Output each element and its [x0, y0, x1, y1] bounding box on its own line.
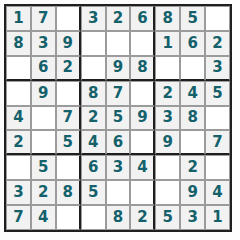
cell-r6c2[interactable]	[31, 130, 56, 155]
cell-r4c9[interactable]: 5	[205, 81, 230, 106]
cell-r1c2[interactable]: 7	[31, 6, 56, 31]
cell-r6c3[interactable]: 5	[56, 130, 81, 155]
cell-r8c1[interactable]: 3	[6, 180, 31, 205]
cell-r3c1[interactable]	[6, 56, 31, 81]
cell-r9c6[interactable]: 2	[130, 205, 155, 230]
cell-r2c4[interactable]	[81, 31, 106, 56]
cell-r2c1[interactable]: 8	[6, 31, 31, 56]
cell-r7c7[interactable]	[155, 155, 180, 180]
cell-r6c4[interactable]: 4	[81, 130, 106, 155]
cell-r2c7[interactable]: 1	[155, 31, 180, 56]
cell-r3c3[interactable]: 2	[56, 56, 81, 81]
cell-r5c8[interactable]: 8	[180, 106, 205, 131]
cell-r1c7[interactable]: 8	[155, 6, 180, 31]
cell-r2c9[interactable]: 2	[205, 31, 230, 56]
cell-r8c7[interactable]	[155, 180, 180, 205]
cell-r8c9[interactable]: 4	[205, 180, 230, 205]
cell-r8c2[interactable]: 2	[31, 180, 56, 205]
cell-r9c4[interactable]	[81, 205, 106, 230]
cell-r7c4[interactable]: 6	[81, 155, 106, 180]
cell-r5c1[interactable]: 4	[6, 106, 31, 131]
cell-r1c4[interactable]: 3	[81, 6, 106, 31]
cell-r4c7[interactable]: 2	[155, 81, 180, 106]
cell-r5c7[interactable]: 3	[155, 106, 180, 131]
cell-r7c6[interactable]: 4	[130, 155, 155, 180]
cell-r6c9[interactable]: 7	[205, 130, 230, 155]
sudoku-board: 1732685839162629839872454725938254697563…	[4, 4, 232, 232]
cell-r3c6[interactable]: 8	[130, 56, 155, 81]
cell-r9c7[interactable]: 5	[155, 205, 180, 230]
cell-r5c2[interactable]	[31, 106, 56, 131]
cell-r6c5[interactable]: 6	[106, 130, 131, 155]
cell-r3c9[interactable]: 3	[205, 56, 230, 81]
cell-r2c2[interactable]: 3	[31, 31, 56, 56]
cell-r3c7[interactable]	[155, 56, 180, 81]
cell-r3c8[interactable]	[180, 56, 205, 81]
cell-r6c6[interactable]	[130, 130, 155, 155]
cell-r8c3[interactable]: 8	[56, 180, 81, 205]
cell-r7c2[interactable]: 5	[31, 155, 56, 180]
cell-r4c1[interactable]	[6, 81, 31, 106]
cell-r3c5[interactable]: 9	[106, 56, 131, 81]
cell-r8c8[interactable]: 9	[180, 180, 205, 205]
cell-r3c4[interactable]	[81, 56, 106, 81]
cell-r2c5[interactable]	[106, 31, 131, 56]
cell-r5c4[interactable]: 2	[81, 106, 106, 131]
cell-r7c9[interactable]	[205, 155, 230, 180]
cell-r7c5[interactable]: 3	[106, 155, 131, 180]
cell-r3c2[interactable]: 6	[31, 56, 56, 81]
cell-r1c8[interactable]: 5	[180, 6, 205, 31]
cell-r2c6[interactable]	[130, 31, 155, 56]
cell-r9c3[interactable]	[56, 205, 81, 230]
cell-r9c5[interactable]: 8	[106, 205, 131, 230]
cell-r4c5[interactable]: 7	[106, 81, 131, 106]
cell-r7c3[interactable]	[56, 155, 81, 180]
sudoku-grid: 1732685839162629839872454725938254697563…	[6, 6, 230, 230]
cell-r1c3[interactable]	[56, 6, 81, 31]
cell-r5c9[interactable]	[205, 106, 230, 131]
cell-r4c2[interactable]: 9	[31, 81, 56, 106]
cell-r5c5[interactable]: 5	[106, 106, 131, 131]
cell-r5c3[interactable]: 7	[56, 106, 81, 131]
cell-r7c1[interactable]	[6, 155, 31, 180]
cell-r6c1[interactable]: 2	[6, 130, 31, 155]
cell-r1c6[interactable]: 6	[130, 6, 155, 31]
cell-r4c3[interactable]	[56, 81, 81, 106]
cell-r4c8[interactable]: 4	[180, 81, 205, 106]
cell-r5c6[interactable]: 9	[130, 106, 155, 131]
cell-r2c8[interactable]: 6	[180, 31, 205, 56]
cell-r9c2[interactable]: 4	[31, 205, 56, 230]
cell-r6c7[interactable]: 9	[155, 130, 180, 155]
cell-r1c1[interactable]: 1	[6, 6, 31, 31]
cell-r8c4[interactable]: 5	[81, 180, 106, 205]
cell-r4c6[interactable]	[130, 81, 155, 106]
cell-r9c9[interactable]: 1	[205, 205, 230, 230]
cell-r6c8[interactable]	[180, 130, 205, 155]
cell-r1c5[interactable]: 2	[106, 6, 131, 31]
cell-r8c6[interactable]	[130, 180, 155, 205]
cell-r9c1[interactable]: 7	[6, 205, 31, 230]
cell-r7c8[interactable]: 2	[180, 155, 205, 180]
cell-r8c5[interactable]	[106, 180, 131, 205]
cell-r2c3[interactable]: 9	[56, 31, 81, 56]
cell-r9c8[interactable]: 3	[180, 205, 205, 230]
cell-r4c4[interactable]: 8	[81, 81, 106, 106]
cell-r1c9[interactable]	[205, 6, 230, 31]
